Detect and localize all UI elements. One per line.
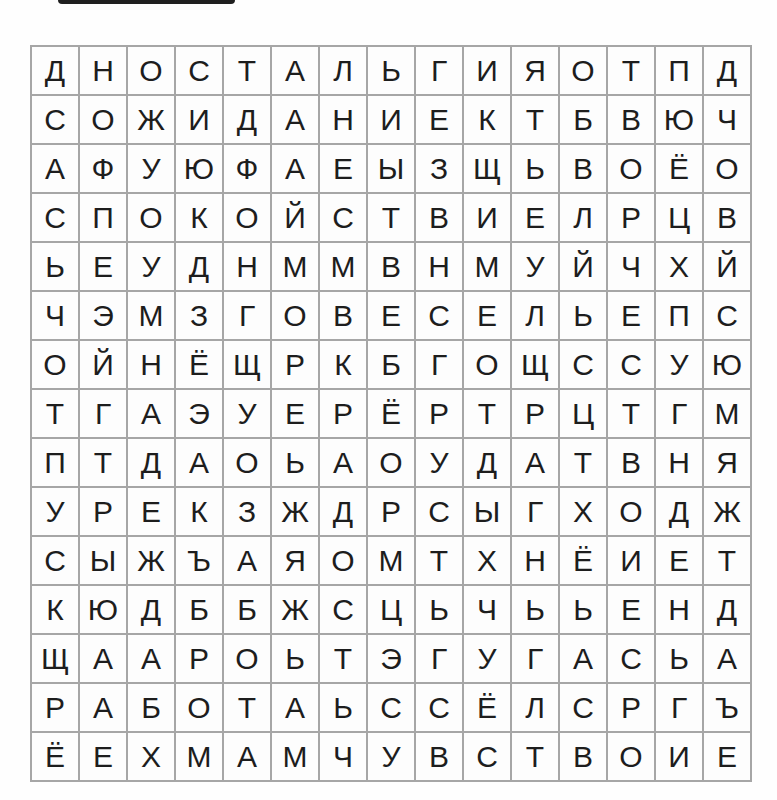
cell-r12c7[interactable]: С bbox=[320, 586, 366, 633]
cell-r3c14[interactable]: Ё bbox=[656, 145, 702, 192]
cell-r8c6[interactable]: Е bbox=[272, 390, 318, 437]
cell-r4c8[interactable]: Т bbox=[368, 194, 414, 241]
cell-r2c9[interactable]: Е bbox=[416, 96, 462, 143]
cell-r7c5[interactable]: Щ bbox=[224, 341, 270, 388]
cell-r7c14[interactable]: У bbox=[656, 341, 702, 388]
cell-r1c1[interactable]: Д bbox=[32, 47, 78, 94]
cell-r15c4[interactable]: М bbox=[176, 733, 222, 780]
cell-r8c5[interactable]: У bbox=[224, 390, 270, 437]
cell-r4c6[interactable]: Й bbox=[272, 194, 318, 241]
cell-r4c14[interactable]: Ц bbox=[656, 194, 702, 241]
cell-r11c3[interactable]: Ж bbox=[128, 537, 174, 584]
cell-r12c3[interactable]: Д bbox=[128, 586, 174, 633]
cell-r13c2[interactable]: А bbox=[80, 635, 126, 682]
cell-r3c8[interactable]: Ы bbox=[368, 145, 414, 192]
cell-r1c4[interactable]: С bbox=[176, 47, 222, 94]
cell-r14c6[interactable]: А bbox=[272, 684, 318, 731]
cell-r9c14[interactable]: Н bbox=[656, 439, 702, 486]
cell-r7c2[interactable]: Й bbox=[80, 341, 126, 388]
cell-r2c12[interactable]: Б bbox=[560, 96, 606, 143]
cell-r1c2[interactable]: Н bbox=[80, 47, 126, 94]
cell-r13c14[interactable]: Ь bbox=[656, 635, 702, 682]
cell-r1c13[interactable]: Т bbox=[608, 47, 654, 94]
cell-r9c8[interactable]: О bbox=[368, 439, 414, 486]
cell-r5c10[interactable]: М bbox=[464, 243, 510, 290]
cell-r3c11[interactable]: Ь bbox=[512, 145, 558, 192]
cell-r13c1[interactable]: Щ bbox=[32, 635, 78, 682]
cell-r13c15[interactable]: А bbox=[704, 635, 750, 682]
cell-r4c3[interactable]: О bbox=[128, 194, 174, 241]
cell-r2c4[interactable]: И bbox=[176, 96, 222, 143]
cell-r7c6[interactable]: Р bbox=[272, 341, 318, 388]
cell-r10c10[interactable]: Ы bbox=[464, 488, 510, 535]
cell-r8c2[interactable]: Г bbox=[80, 390, 126, 437]
cell-r14c2[interactable]: А bbox=[80, 684, 126, 731]
cell-r12c11[interactable]: Ь bbox=[512, 586, 558, 633]
cell-r1c10[interactable]: И bbox=[464, 47, 510, 94]
cell-r9c12[interactable]: Т bbox=[560, 439, 606, 486]
cell-r12c13[interactable]: Е bbox=[608, 586, 654, 633]
cell-r6c13[interactable]: Е bbox=[608, 292, 654, 339]
cell-r3c4[interactable]: Ю bbox=[176, 145, 222, 192]
cell-r11c4[interactable]: Ъ bbox=[176, 537, 222, 584]
cell-r9c13[interactable]: В bbox=[608, 439, 654, 486]
cell-r14c3[interactable]: Б bbox=[128, 684, 174, 731]
cell-r6c2[interactable]: Э bbox=[80, 292, 126, 339]
cell-r5c5[interactable]: Н bbox=[224, 243, 270, 290]
cell-r7c10[interactable]: О bbox=[464, 341, 510, 388]
cell-r14c5[interactable]: Т bbox=[224, 684, 270, 731]
cell-r4c11[interactable]: Е bbox=[512, 194, 558, 241]
cell-r6c1[interactable]: Ч bbox=[32, 292, 78, 339]
cell-r5c15[interactable]: Й bbox=[704, 243, 750, 290]
cell-r15c6[interactable]: М bbox=[272, 733, 318, 780]
cell-r5c13[interactable]: Ч bbox=[608, 243, 654, 290]
cell-r12c2[interactable]: Ю bbox=[80, 586, 126, 633]
cell-r7c4[interactable]: Ё bbox=[176, 341, 222, 388]
cell-r14c4[interactable]: О bbox=[176, 684, 222, 731]
cell-r7c11[interactable]: Щ bbox=[512, 341, 558, 388]
cell-r14c10[interactable]: Ё bbox=[464, 684, 510, 731]
cell-r3c15[interactable]: О bbox=[704, 145, 750, 192]
cell-r15c5[interactable]: А bbox=[224, 733, 270, 780]
cell-r11c15[interactable]: Т bbox=[704, 537, 750, 584]
cell-r5c9[interactable]: Н bbox=[416, 243, 462, 290]
cell-r15c12[interactable]: В bbox=[560, 733, 606, 780]
cell-r11c9[interactable]: Т bbox=[416, 537, 462, 584]
cell-r14c14[interactable]: Г bbox=[656, 684, 702, 731]
cell-r12c5[interactable]: Б bbox=[224, 586, 270, 633]
cell-r2c3[interactable]: Ж bbox=[128, 96, 174, 143]
cell-r10c15[interactable]: Ж bbox=[704, 488, 750, 535]
cell-r14c15[interactable]: Ъ bbox=[704, 684, 750, 731]
cell-r1c9[interactable]: Г bbox=[416, 47, 462, 94]
cell-r8c14[interactable]: Г bbox=[656, 390, 702, 437]
cell-r15c14[interactable]: И bbox=[656, 733, 702, 780]
cell-r13c12[interactable]: А bbox=[560, 635, 606, 682]
cell-r9c2[interactable]: Т bbox=[80, 439, 126, 486]
cell-r6c8[interactable]: Е bbox=[368, 292, 414, 339]
cell-r6c7[interactable]: В bbox=[320, 292, 366, 339]
cell-r7c9[interactable]: Г bbox=[416, 341, 462, 388]
cell-r8c15[interactable]: М bbox=[704, 390, 750, 437]
cell-r15c13[interactable]: О bbox=[608, 733, 654, 780]
cell-r14c1[interactable]: Р bbox=[32, 684, 78, 731]
cell-r7c7[interactable]: К bbox=[320, 341, 366, 388]
cell-r13c5[interactable]: О bbox=[224, 635, 270, 682]
cell-r4c13[interactable]: Р bbox=[608, 194, 654, 241]
cell-r6c6[interactable]: О bbox=[272, 292, 318, 339]
cell-r6c4[interactable]: З bbox=[176, 292, 222, 339]
cell-r9c9[interactable]: У bbox=[416, 439, 462, 486]
cell-r11c10[interactable]: Х bbox=[464, 537, 510, 584]
cell-r11c12[interactable]: Ё bbox=[560, 537, 606, 584]
cell-r13c7[interactable]: Т bbox=[320, 635, 366, 682]
cell-r15c15[interactable]: Е bbox=[704, 733, 750, 780]
cell-r2c15[interactable]: Ч bbox=[704, 96, 750, 143]
cell-r9c7[interactable]: А bbox=[320, 439, 366, 486]
cell-r11c2[interactable]: Ы bbox=[80, 537, 126, 584]
cell-r5c7[interactable]: М bbox=[320, 243, 366, 290]
cell-r10c6[interactable]: Ж bbox=[272, 488, 318, 535]
cell-r10c4[interactable]: К bbox=[176, 488, 222, 535]
cell-r1c8[interactable]: Ь bbox=[368, 47, 414, 94]
cell-r8c10[interactable]: Т bbox=[464, 390, 510, 437]
cell-r10c7[interactable]: Д bbox=[320, 488, 366, 535]
clipped-title-bar bbox=[58, 0, 235, 4]
cell-r14c7[interactable]: Ь bbox=[320, 684, 366, 731]
cell-r11c13[interactable]: И bbox=[608, 537, 654, 584]
cell-r11c11[interactable]: Н bbox=[512, 537, 558, 584]
cell-r3c12[interactable]: В bbox=[560, 145, 606, 192]
cell-r7c13[interactable]: С bbox=[608, 341, 654, 388]
cell-r12c9[interactable]: Ь bbox=[416, 586, 462, 633]
cell-r11c5[interactable]: А bbox=[224, 537, 270, 584]
cell-r5c6[interactable]: М bbox=[272, 243, 318, 290]
cell-r14c13[interactable]: Р bbox=[608, 684, 654, 731]
cell-r12c10[interactable]: Ч bbox=[464, 586, 510, 633]
cell-r8c13[interactable]: Т bbox=[608, 390, 654, 437]
cell-r1c15[interactable]: Д bbox=[704, 47, 750, 94]
cell-r15c7[interactable]: Ч bbox=[320, 733, 366, 780]
cell-r9c6[interactable]: Ь bbox=[272, 439, 318, 486]
cell-r15c11[interactable]: Т bbox=[512, 733, 558, 780]
cell-r8c1[interactable]: Т bbox=[32, 390, 78, 437]
cell-r7c3[interactable]: Н bbox=[128, 341, 174, 388]
cell-r10c12[interactable]: Х bbox=[560, 488, 606, 535]
cell-r13c8[interactable]: Э bbox=[368, 635, 414, 682]
cell-r13c11[interactable]: Г bbox=[512, 635, 558, 682]
cell-r5c14[interactable]: Х bbox=[656, 243, 702, 290]
cell-r5c1[interactable]: Ь bbox=[32, 243, 78, 290]
cell-r4c9[interactable]: В bbox=[416, 194, 462, 241]
cell-r5c11[interactable]: У bbox=[512, 243, 558, 290]
cell-r4c2[interactable]: П bbox=[80, 194, 126, 241]
cell-r9c10[interactable]: Д bbox=[464, 439, 510, 486]
cell-r3c7[interactable]: Е bbox=[320, 145, 366, 192]
cell-r6c12[interactable]: Ь bbox=[560, 292, 606, 339]
cell-r10c5[interactable]: З bbox=[224, 488, 270, 535]
cell-r3c5[interactable]: Ф bbox=[224, 145, 270, 192]
cell-r2c1[interactable]: С bbox=[32, 96, 78, 143]
cell-r9c11[interactable]: А bbox=[512, 439, 558, 486]
cell-r6c3[interactable]: М bbox=[128, 292, 174, 339]
cell-r10c13[interactable]: О bbox=[608, 488, 654, 535]
cell-r2c13[interactable]: В bbox=[608, 96, 654, 143]
cell-r12c1[interactable]: К bbox=[32, 586, 78, 633]
cell-r2c11[interactable]: Т bbox=[512, 96, 558, 143]
cell-r1c14[interactable]: П bbox=[656, 47, 702, 94]
word-search-board: ДНОСТАЛЬГИЯОТПДСОЖИДАНИЕКТБВЮЧАФУЮФАЕЫЗЩ… bbox=[30, 45, 752, 782]
cell-r4c7[interactable]: С bbox=[320, 194, 366, 241]
cell-r8c9[interactable]: Р bbox=[416, 390, 462, 437]
cell-r8c11[interactable]: Р bbox=[512, 390, 558, 437]
cell-r3c3[interactable]: У bbox=[128, 145, 174, 192]
cell-r8c8[interactable]: Ё bbox=[368, 390, 414, 437]
cell-r11c6[interactable]: Я bbox=[272, 537, 318, 584]
cell-r6c5[interactable]: Г bbox=[224, 292, 270, 339]
cell-r1c3[interactable]: О bbox=[128, 47, 174, 94]
cell-r2c14[interactable]: Ю bbox=[656, 96, 702, 143]
cell-r3c6[interactable]: А bbox=[272, 145, 318, 192]
cell-r11c1[interactable]: С bbox=[32, 537, 78, 584]
cell-r15c3[interactable]: Х bbox=[128, 733, 174, 780]
cell-r4c15[interactable]: В bbox=[704, 194, 750, 241]
cell-r6c14[interactable]: П bbox=[656, 292, 702, 339]
cell-r5c3[interactable]: У bbox=[128, 243, 174, 290]
cell-r11c14[interactable]: Е bbox=[656, 537, 702, 584]
cell-r7c15[interactable]: Ю bbox=[704, 341, 750, 388]
cell-r13c9[interactable]: Г bbox=[416, 635, 462, 682]
cell-r1c5[interactable]: Т bbox=[224, 47, 270, 94]
cell-r9c4[interactable]: А bbox=[176, 439, 222, 486]
cell-r6c15[interactable]: С bbox=[704, 292, 750, 339]
cell-r11c7[interactable]: О bbox=[320, 537, 366, 584]
cell-r6c11[interactable]: Л bbox=[512, 292, 558, 339]
cell-r3c2[interactable]: Ф bbox=[80, 145, 126, 192]
cell-r1c6[interactable]: А bbox=[272, 47, 318, 94]
cell-r15c8[interactable]: У bbox=[368, 733, 414, 780]
cell-r12c15[interactable]: Д bbox=[704, 586, 750, 633]
cell-r15c10[interactable]: С bbox=[464, 733, 510, 780]
cell-r9c5[interactable]: О bbox=[224, 439, 270, 486]
cell-r3c9[interactable]: З bbox=[416, 145, 462, 192]
cell-r10c3[interactable]: Е bbox=[128, 488, 174, 535]
cell-r12c4[interactable]: Б bbox=[176, 586, 222, 633]
cell-r10c14[interactable]: Д bbox=[656, 488, 702, 535]
cell-r13c6[interactable]: Ь bbox=[272, 635, 318, 682]
cell-r4c5[interactable]: О bbox=[224, 194, 270, 241]
cell-r14c11[interactable]: Л bbox=[512, 684, 558, 731]
cell-r4c12[interactable]: Л bbox=[560, 194, 606, 241]
cell-r9c1[interactable]: П bbox=[32, 439, 78, 486]
cell-r5c4[interactable]: Д bbox=[176, 243, 222, 290]
cell-r6c10[interactable]: Е bbox=[464, 292, 510, 339]
cell-r10c8[interactable]: Р bbox=[368, 488, 414, 535]
cell-r2c5[interactable]: Д bbox=[224, 96, 270, 143]
cell-r12c12[interactable]: Ь bbox=[560, 586, 606, 633]
cell-r4c4[interactable]: К bbox=[176, 194, 222, 241]
cell-r13c3[interactable]: А bbox=[128, 635, 174, 682]
cell-r2c2[interactable]: О bbox=[80, 96, 126, 143]
cell-r5c2[interactable]: Е bbox=[80, 243, 126, 290]
cell-r14c9[interactable]: С bbox=[416, 684, 462, 731]
cell-r4c10[interactable]: И bbox=[464, 194, 510, 241]
cell-r15c9[interactable]: В bbox=[416, 733, 462, 780]
cell-r10c2[interactable]: Р bbox=[80, 488, 126, 535]
cell-r12c14[interactable]: Н bbox=[656, 586, 702, 633]
cell-r1c7[interactable]: Л bbox=[320, 47, 366, 94]
cell-r14c12[interactable]: С bbox=[560, 684, 606, 731]
cell-r6c9[interactable]: С bbox=[416, 292, 462, 339]
cell-r8c7[interactable]: Р bbox=[320, 390, 366, 437]
cell-r5c8[interactable]: В bbox=[368, 243, 414, 290]
cell-r13c13[interactable]: С bbox=[608, 635, 654, 682]
cell-r7c12[interactable]: С bbox=[560, 341, 606, 388]
cell-r13c10[interactable]: У bbox=[464, 635, 510, 682]
cell-r3c1[interactable]: А bbox=[32, 145, 78, 192]
cell-r15c2[interactable]: Е bbox=[80, 733, 126, 780]
cell-r4c1[interactable]: С bbox=[32, 194, 78, 241]
cell-r8c12[interactable]: Ц bbox=[560, 390, 606, 437]
cell-r7c8[interactable]: Б bbox=[368, 341, 414, 388]
cell-r3c10[interactable]: Щ bbox=[464, 145, 510, 192]
cell-r9c15[interactable]: Я bbox=[704, 439, 750, 486]
cell-r10c1[interactable]: У bbox=[32, 488, 78, 535]
cell-r8c4[interactable]: Э bbox=[176, 390, 222, 437]
cell-r2c7[interactable]: Н bbox=[320, 96, 366, 143]
cell-r7c1[interactable]: О bbox=[32, 341, 78, 388]
cell-r12c8[interactable]: Ц bbox=[368, 586, 414, 633]
cell-r2c6[interactable]: А bbox=[272, 96, 318, 143]
cell-r5c12[interactable]: Й bbox=[560, 243, 606, 290]
cell-r14c8[interactable]: С bbox=[368, 684, 414, 731]
cell-r1c11[interactable]: Я bbox=[512, 47, 558, 94]
cell-r9c3[interactable]: Д bbox=[128, 439, 174, 486]
cell-r10c11[interactable]: Г bbox=[512, 488, 558, 535]
cell-r3c13[interactable]: О bbox=[608, 145, 654, 192]
cell-r2c10[interactable]: К bbox=[464, 96, 510, 143]
cell-r8c3[interactable]: А bbox=[128, 390, 174, 437]
cell-r11c8[interactable]: М bbox=[368, 537, 414, 584]
cell-r10c9[interactable]: С bbox=[416, 488, 462, 535]
cell-r13c4[interactable]: Р bbox=[176, 635, 222, 682]
cell-r12c6[interactable]: Ж bbox=[272, 586, 318, 633]
cell-r1c12[interactable]: О bbox=[560, 47, 606, 94]
cell-r2c8[interactable]: И bbox=[368, 96, 414, 143]
cell-r15c1[interactable]: Ё bbox=[32, 733, 78, 780]
